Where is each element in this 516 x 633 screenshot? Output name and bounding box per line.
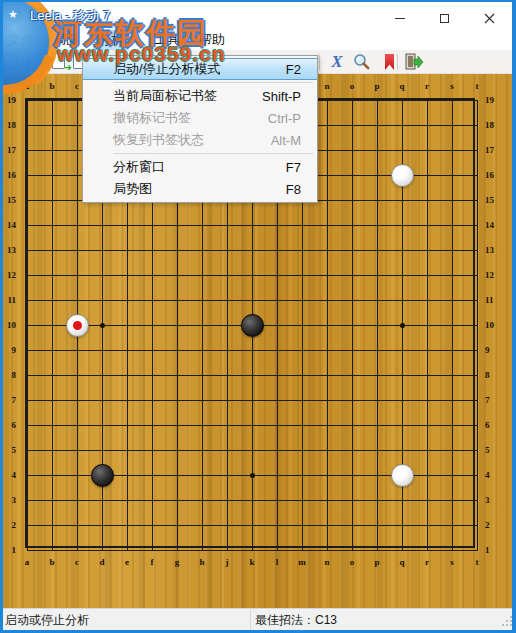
window-border xyxy=(0,0,516,2)
coord-letter-bottom: s xyxy=(444,558,460,567)
menu-item-label: 分析窗口 xyxy=(83,158,165,176)
bookmark-button[interactable] xyxy=(380,53,398,71)
menu-item-shortcut: F7 xyxy=(286,160,317,175)
menu-item-shortcut: Ctrl-P xyxy=(268,111,317,126)
coord-letter-bottom: m xyxy=(294,558,310,567)
menu-item-territory-graph[interactable]: 局势图F8 xyxy=(83,178,317,200)
coord-letter-bottom: d xyxy=(94,558,110,567)
analysis-menu-popup: 启动/停止分析模式F2当前局面标记书签Shift-P撤销标记书签Ctrl-P恢复… xyxy=(82,55,318,203)
toolbar-separator xyxy=(397,54,398,70)
star-point-q10 xyxy=(400,323,405,328)
menu-item-shortcut: Alt-M xyxy=(271,133,317,148)
stone-white-c10 xyxy=(66,314,89,337)
toolbar-separator xyxy=(319,54,320,70)
new-game-button[interactable]: + xyxy=(2,53,20,71)
coord-number-right: 19 xyxy=(485,96,505,105)
menu-item-label: 局势图 xyxy=(83,180,152,198)
coord-letter-bottom: t xyxy=(469,558,485,567)
coord-letter-bottom: o xyxy=(344,558,360,567)
coord-number-right: 9 xyxy=(485,346,505,355)
exit-door-icon xyxy=(404,53,425,71)
new-variant-button[interactable]: + xyxy=(26,53,44,71)
open-sgf-button[interactable]: ➔ xyxy=(50,53,68,71)
statusbar: 启动或停止分析 最佳招法：C13 xyxy=(0,608,516,630)
menu-item-toggle-analysis[interactable]: 启动/停止分析模式F2 xyxy=(83,58,317,80)
star-point-d10 xyxy=(100,323,105,328)
statusbar-divider xyxy=(250,610,251,630)
coord-letter-bottom: a xyxy=(19,558,35,567)
coord-number-right: 12 xyxy=(485,271,505,280)
coord-number-right: 10 xyxy=(485,321,505,330)
menu-item-remove-bookmark: 撤销标记书签Ctrl-P xyxy=(83,107,317,129)
maximize-icon xyxy=(440,14,449,23)
coord-number-right: 17 xyxy=(485,146,505,155)
menubar: 文件局面分析工具帮助 xyxy=(0,30,516,50)
menu-item-label: 撤销标记书签 xyxy=(83,109,191,127)
app-icon xyxy=(9,9,23,23)
coord-number-right: 18 xyxy=(485,121,505,130)
stone-white-q16 xyxy=(391,164,414,187)
close-icon xyxy=(484,13,495,24)
coord-letter-bottom: g xyxy=(169,558,185,567)
menubar-item-analysis[interactable]: 分析 xyxy=(93,30,129,50)
window-border xyxy=(512,0,516,633)
coord-letter-bottom: e xyxy=(119,558,135,567)
menu-separator xyxy=(113,153,313,154)
coord-letter-top: p xyxy=(369,82,385,91)
coord-letter-bottom: p xyxy=(369,558,385,567)
menu-item-bookmark-position[interactable]: 当前局面标记书签Shift-P xyxy=(83,85,317,107)
magnifier-icon xyxy=(353,53,371,71)
coord-letter-bottom: j xyxy=(219,558,235,567)
coord-letter-top: o xyxy=(344,82,360,91)
menu-item-shortcut: Shift-P xyxy=(262,89,317,104)
coord-letter-top: q xyxy=(394,82,410,91)
window-controls xyxy=(377,4,512,32)
menu-item-shortcut: F8 xyxy=(286,182,317,197)
coord-letter-top: s xyxy=(444,82,460,91)
coord-letter-bottom: q xyxy=(394,558,410,567)
best-move-text: 最佳招法：C13 xyxy=(255,612,337,629)
coord-letter-bottom: c xyxy=(69,558,85,567)
coord-letter-top: b xyxy=(44,82,60,91)
menu-item-label: 恢复到书签状态 xyxy=(83,131,204,149)
coord-letter-top: r xyxy=(419,82,435,91)
star-point-k4 xyxy=(250,473,255,478)
stone-white-q4 xyxy=(391,464,414,487)
menu-item-restore-bookmark: 恢复到书签状态Alt-M xyxy=(83,129,317,151)
stone-black-k10 xyxy=(241,314,264,337)
minimize-button[interactable] xyxy=(377,4,422,32)
coord-number-right: 5 xyxy=(485,446,505,455)
close-button[interactable] xyxy=(467,4,512,32)
stone-black-d4 xyxy=(91,464,114,487)
exit-button[interactable] xyxy=(404,53,425,71)
coord-number-right: 6 xyxy=(485,421,505,430)
menu-item-analysis-window[interactable]: 分析窗口F7 xyxy=(83,156,317,178)
window-border xyxy=(0,0,3,633)
pass-move-button[interactable]: X xyxy=(328,53,346,71)
coord-letter-top: n xyxy=(319,82,335,91)
pass-x-icon: X xyxy=(328,53,346,71)
minimize-icon xyxy=(395,18,405,19)
maximize-button[interactable] xyxy=(422,4,467,32)
menu-item-label: 启动/停止分析模式 xyxy=(83,60,221,78)
coord-number-right: 14 xyxy=(485,221,505,230)
leela-window: Leela - 移动 7 文件局面分析工具帮助 + + ➔ X xyxy=(0,0,516,633)
coord-letter-bottom: n xyxy=(319,558,335,567)
last-move-marker xyxy=(73,321,82,330)
coord-letter-top: t xyxy=(469,82,485,91)
coord-number-right: 16 xyxy=(485,171,505,180)
menubar-item-position[interactable]: 局面 xyxy=(48,30,84,50)
coord-letter-bottom: r xyxy=(419,558,435,567)
coord-number-right: 8 xyxy=(485,371,505,380)
status-hint: 启动或停止分析 xyxy=(5,612,89,629)
coord-letter-bottom: h xyxy=(194,558,210,567)
coord-number-right: 11 xyxy=(485,296,505,305)
coord-letter-bottom: b xyxy=(44,558,60,567)
menubar-item-file[interactable]: 文件 xyxy=(3,30,39,50)
menubar-item-help[interactable]: 帮助 xyxy=(194,30,230,50)
analyze-button[interactable] xyxy=(353,53,371,71)
menu-separator xyxy=(113,82,313,83)
coord-number-right: 13 xyxy=(485,246,505,255)
coord-letter-top: a xyxy=(19,82,35,91)
window-title: Leela - 移动 7 xyxy=(30,7,110,25)
coord-letter-bottom: l xyxy=(269,558,285,567)
coord-number-right: 1 xyxy=(485,546,505,555)
bookmark-icon xyxy=(385,54,394,70)
coord-number-right: 2 xyxy=(485,521,505,530)
coord-letter-bottom: f xyxy=(144,558,160,567)
menubar-item-tools[interactable]: 工具 xyxy=(149,30,185,50)
coord-number-right: 3 xyxy=(485,496,505,505)
coord-number-right: 7 xyxy=(485,396,505,405)
coord-number-right: 15 xyxy=(485,196,505,205)
coord-number-right: 4 xyxy=(485,471,505,480)
menu-item-shortcut: F2 xyxy=(286,62,317,77)
menu-item-label: 当前局面标记书签 xyxy=(83,87,217,105)
coord-letter-bottom: k xyxy=(244,558,260,567)
